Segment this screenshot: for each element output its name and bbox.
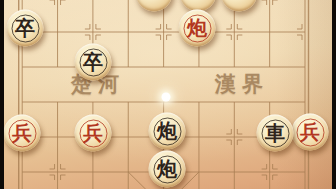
xiangqi-board[interactable]: 楚河 漢界 卒炮卒炮兵兵兵車炮 bbox=[0, 0, 336, 189]
piece-character: 兵 bbox=[300, 122, 320, 143]
screen-edge-right bbox=[332, 0, 336, 189]
piece-black-cannon[interactable]: 炮 bbox=[149, 113, 186, 150]
river-label-han: 漢界 bbox=[215, 70, 269, 98]
piece-black-soldier[interactable]: 卒 bbox=[7, 10, 44, 47]
piece-red-cannon[interactable]: 炮 bbox=[179, 10, 216, 47]
move-indicator-glow bbox=[162, 93, 171, 102]
piece-black-soldier[interactable]: 卒 bbox=[75, 44, 112, 81]
piece-red-soldier[interactable]: 兵 bbox=[292, 114, 329, 151]
piece-character: 炮 bbox=[157, 121, 177, 142]
piece-red-soldier[interactable]: 兵 bbox=[4, 115, 41, 152]
piece-black-cannon[interactable]: 炮 bbox=[149, 151, 186, 188]
piece-character: 炮 bbox=[157, 159, 177, 180]
piece-character: 卒 bbox=[83, 52, 103, 73]
piece-black-chariot[interactable]: 車 bbox=[257, 115, 294, 152]
piece-character: 炮 bbox=[187, 18, 207, 39]
piece-character: 車 bbox=[265, 123, 285, 144]
piece-character: 卒 bbox=[15, 18, 35, 39]
piece-character: 兵 bbox=[83, 123, 103, 144]
piece-character: 兵 bbox=[12, 123, 32, 144]
piece-red-soldier[interactable]: 兵 bbox=[75, 115, 112, 152]
screen-edge-left bbox=[0, 0, 4, 189]
